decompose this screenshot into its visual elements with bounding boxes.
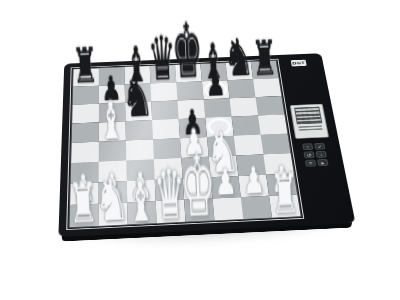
white-bishop-b5[interactable]: ♝: [99, 121, 126, 141]
square-h8[interactable]: ♜: [251, 61, 279, 79]
black-queen-d8[interactable]: ♛: [150, 65, 176, 84]
square-f6[interactable]: [204, 98, 232, 118]
square-h1[interactable]: ♜: [269, 195, 301, 218]
chess-board-frame: ♜♝♛♚♝♞♜♟♟♞♝♟♟♞♟♟♟♟♟♟♟♜♞♝♛♚♜ DGT ↑✓↺↓?▸: [58, 53, 355, 237]
down-arrow-button[interactable]: ↓: [316, 151, 327, 158]
dgt-logo: DGT: [291, 60, 307, 67]
square-g1[interactable]: [241, 196, 272, 219]
help-button[interactable]: ?: [305, 159, 316, 166]
white-bishop-c1[interactable]: ♝: [127, 201, 156, 224]
display-mini-board-diagram: [294, 107, 322, 125]
square-b1[interactable]: ♞: [99, 202, 128, 225]
square-h5[interactable]: [258, 114, 287, 134]
white-king-e1[interactable]: ♚: [184, 198, 214, 221]
piece-glyph: ♜: [68, 176, 99, 232]
piece-glyph: ♝: [98, 94, 125, 146]
display-text-line: [298, 125, 322, 127]
play-button[interactable]: ▸: [317, 159, 328, 166]
square-g6[interactable]: [230, 97, 259, 117]
square-d1[interactable]: ♛: [156, 200, 186, 223]
square-a1[interactable]: ♜: [69, 204, 98, 228]
button-cluster: ↑✓↺↓?▸: [302, 143, 328, 167]
piece-glyph: ♟: [205, 68, 226, 102]
up-arrow-button[interactable]: ↑: [302, 143, 313, 150]
undo-button[interactable]: ↺: [304, 151, 315, 158]
white-knight-b1[interactable]: ♞: [99, 202, 128, 225]
square-e8[interactable]: ♚: [175, 64, 202, 82]
black-king-e8[interactable]: ♚: [175, 64, 202, 82]
black-knight-c6[interactable]: ♞: [125, 102, 152, 122]
square-d5[interactable]: [152, 119, 180, 139]
white-rook-a1[interactable]: ♜: [69, 204, 98, 228]
piece-glyph: ♝: [127, 173, 155, 229]
confirm-button[interactable]: ✓: [314, 143, 325, 150]
square-a6[interactable]: [72, 104, 99, 124]
white-rook-h1[interactable]: ♜: [269, 195, 301, 218]
square-d7[interactable]: [151, 82, 178, 101]
square-f1[interactable]: [212, 197, 243, 220]
square-h6[interactable]: [256, 96, 285, 116]
piece-glyph: ♜: [71, 41, 99, 91]
piece-glyph: ♟: [214, 164, 237, 201]
e-paper-display: [290, 104, 329, 139]
square-e7[interactable]: [176, 81, 203, 100]
square-f7[interactable]: ♟: [202, 80, 230, 99]
piece-glyph: ♞: [121, 71, 155, 125]
piece-glyph: ♜: [251, 34, 279, 83]
black-pawn-f7[interactable]: ♟: [202, 80, 230, 99]
piece-glyph: ♞: [94, 171, 131, 230]
piece-glyph: ♜: [270, 167, 301, 223]
square-c1[interactable]: ♝: [127, 201, 156, 224]
black-rook-a8[interactable]: ♜: [73, 68, 99, 87]
square-a4[interactable]: [71, 142, 99, 163]
square-d6[interactable]: [151, 100, 178, 120]
square-e1[interactable]: ♚: [184, 198, 214, 221]
square-d8[interactable]: ♛: [150, 65, 176, 84]
white-pawn-g2[interactable]: ♟: [238, 175, 269, 197]
square-h7[interactable]: [253, 78, 281, 97]
square-c5[interactable]: [126, 120, 153, 140]
board-grid: ♜♝♛♚♝♞♜♟♟♞♝♟♟♞♟♟♟♟♟♟♟♜♞♝♛♚♜: [68, 60, 301, 228]
scene: ♜♝♛♚♝♞♜♟♟♞♝♟♟♞♟♟♟♟♟♟♟♜♞♝♛♚♜ DGT ↑✓↺↓?▸: [0, 0, 400, 300]
square-c4[interactable]: [126, 139, 154, 160]
display-text-line: [299, 128, 323, 130]
square-b4[interactable]: [99, 141, 127, 162]
square-g2[interactable]: ♟: [238, 175, 269, 197]
square-a7[interactable]: [73, 86, 99, 105]
white-queen-d1[interactable]: ♛: [156, 200, 186, 223]
piece-glyph: ♟: [242, 163, 265, 200]
piece-glyph: ♛: [153, 160, 187, 230]
square-c6[interactable]: ♞: [125, 102, 152, 122]
square-h4[interactable]: [261, 133, 291, 154]
square-g8[interactable]: ♞: [226, 62, 254, 80]
square-b5[interactable]: ♝: [99, 121, 126, 141]
black-rook-h8[interactable]: ♜: [251, 61, 279, 79]
black-knight-g8[interactable]: ♞: [226, 62, 254, 80]
square-g7[interactable]: [227, 79, 255, 98]
square-a5[interactable]: [72, 122, 99, 143]
square-a8[interactable]: ♜: [73, 68, 99, 87]
